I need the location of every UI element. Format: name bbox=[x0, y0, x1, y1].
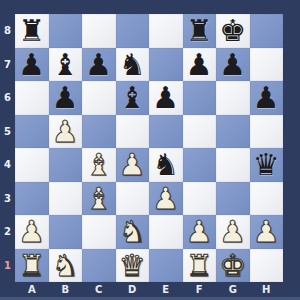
piece-black-pawn-h6[interactable]: ♟ bbox=[253, 81, 280, 115]
file-label-f: F bbox=[183, 281, 217, 298]
square-g4[interactable] bbox=[216, 148, 250, 182]
file-label-e: E bbox=[149, 281, 183, 298]
square-a3[interactable] bbox=[15, 182, 49, 216]
piece-white-pawn-d4[interactable]: ♟ bbox=[119, 148, 146, 182]
square-a2[interactable]: ♟ bbox=[15, 215, 49, 249]
rank-labels: 87654321 bbox=[0, 14, 15, 282]
square-h3[interactable] bbox=[250, 182, 284, 216]
rank-label-4: 4 bbox=[0, 148, 15, 182]
square-c1[interactable] bbox=[82, 249, 116, 283]
chess-board[interactable]: ♜♜♚♟♝♟♞♟♟♟♝♟♟♟♝♟♞♛♝♟♟♞♟♟♟♜♞♛♜♚ bbox=[15, 14, 283, 282]
square-a6[interactable] bbox=[15, 81, 49, 115]
piece-black-pawn-f7[interactable]: ♟ bbox=[186, 48, 213, 82]
rank-label-6: 6 bbox=[0, 81, 15, 115]
square-h8[interactable] bbox=[250, 14, 284, 48]
square-f4[interactable] bbox=[183, 148, 217, 182]
piece-white-rook-a1[interactable]: ♜ bbox=[18, 249, 45, 283]
piece-black-knight-e4[interactable]: ♞ bbox=[152, 148, 179, 182]
square-f2[interactable]: ♟ bbox=[183, 215, 217, 249]
file-labels: ABCDEFGH bbox=[15, 281, 283, 298]
piece-black-pawn-g7[interactable]: ♟ bbox=[219, 48, 246, 82]
piece-white-knight-b1[interactable]: ♞ bbox=[52, 249, 79, 283]
square-c2[interactable] bbox=[82, 215, 116, 249]
piece-white-bishop-c4[interactable]: ♝ bbox=[85, 148, 112, 182]
piece-white-rook-f1[interactable]: ♜ bbox=[186, 249, 213, 283]
square-h4[interactable]: ♛ bbox=[250, 148, 284, 182]
piece-white-pawn-g2[interactable]: ♟ bbox=[219, 215, 246, 249]
square-b6[interactable]: ♟ bbox=[49, 81, 83, 115]
square-e6[interactable]: ♟ bbox=[149, 81, 183, 115]
square-h7[interactable] bbox=[250, 48, 284, 82]
square-d5[interactable] bbox=[116, 115, 150, 149]
square-b7[interactable]: ♝ bbox=[49, 48, 83, 82]
file-label-g: G bbox=[216, 281, 250, 298]
piece-black-pawn-b6[interactable]: ♟ bbox=[52, 81, 79, 115]
file-label-d: D bbox=[116, 281, 150, 298]
square-c5[interactable] bbox=[82, 115, 116, 149]
piece-black-knight-d7[interactable]: ♞ bbox=[119, 48, 146, 82]
piece-white-queen-d1[interactable]: ♛ bbox=[119, 249, 146, 283]
square-g6[interactable] bbox=[216, 81, 250, 115]
file-label-b: B bbox=[49, 281, 83, 298]
square-h1[interactable] bbox=[250, 249, 284, 283]
square-b4[interactable] bbox=[49, 148, 83, 182]
piece-black-bishop-d6[interactable]: ♝ bbox=[119, 81, 146, 115]
square-b5[interactable]: ♟ bbox=[49, 115, 83, 149]
square-e3[interactable]: ♟ bbox=[149, 182, 183, 216]
square-a5[interactable] bbox=[15, 115, 49, 149]
square-g8[interactable]: ♚ bbox=[216, 14, 250, 48]
square-c3[interactable]: ♝ bbox=[82, 182, 116, 216]
rank-label-8: 8 bbox=[0, 14, 15, 48]
square-d4[interactable]: ♟ bbox=[116, 148, 150, 182]
piece-white-pawn-a2[interactable]: ♟ bbox=[18, 215, 45, 249]
square-f5[interactable] bbox=[183, 115, 217, 149]
square-g2[interactable]: ♟ bbox=[216, 215, 250, 249]
piece-black-bishop-b7[interactable]: ♝ bbox=[52, 48, 79, 82]
piece-black-rook-f8[interactable]: ♜ bbox=[186, 14, 213, 48]
square-e4[interactable]: ♞ bbox=[149, 148, 183, 182]
square-f7[interactable]: ♟ bbox=[183, 48, 217, 82]
rank-label-7: 7 bbox=[0, 48, 15, 82]
piece-white-king-g1[interactable]: ♚ bbox=[219, 249, 246, 283]
piece-white-knight-d2[interactable]: ♞ bbox=[119, 215, 146, 249]
square-e2[interactable] bbox=[149, 215, 183, 249]
rank-label-3: 3 bbox=[0, 182, 15, 216]
square-d7[interactable]: ♞ bbox=[116, 48, 150, 82]
square-g7[interactable]: ♟ bbox=[216, 48, 250, 82]
square-b2[interactable] bbox=[49, 215, 83, 249]
square-g3[interactable] bbox=[216, 182, 250, 216]
piece-white-pawn-e3[interactable]: ♟ bbox=[152, 182, 179, 216]
piece-white-pawn-f2[interactable]: ♟ bbox=[186, 215, 213, 249]
square-e8[interactable] bbox=[149, 14, 183, 48]
chess-board-widget: 87654321 ♜♜♚♟♝♟♞♟♟♟♝♟♟♟♝♟♞♛♝♟♟♞♟♟♟♜♞♛♜♚ … bbox=[0, 0, 300, 300]
square-b8[interactable] bbox=[49, 14, 83, 48]
square-d6[interactable]: ♝ bbox=[116, 81, 150, 115]
square-g1[interactable]: ♚ bbox=[216, 249, 250, 283]
square-c7[interactable]: ♟ bbox=[82, 48, 116, 82]
square-h2[interactable]: ♟ bbox=[250, 215, 284, 249]
piece-black-pawn-e6[interactable]: ♟ bbox=[152, 81, 179, 115]
square-b3[interactable] bbox=[49, 182, 83, 216]
square-h6[interactable]: ♟ bbox=[250, 81, 284, 115]
piece-white-pawn-b5[interactable]: ♟ bbox=[52, 115, 79, 149]
square-c4[interactable]: ♝ bbox=[82, 148, 116, 182]
square-f1[interactable]: ♜ bbox=[183, 249, 217, 283]
square-f8[interactable]: ♜ bbox=[183, 14, 217, 48]
square-e5[interactable] bbox=[149, 115, 183, 149]
square-h5[interactable] bbox=[250, 115, 284, 149]
piece-black-pawn-a7[interactable]: ♟ bbox=[18, 48, 45, 82]
file-label-c: C bbox=[82, 281, 116, 298]
rank-label-2: 2 bbox=[0, 215, 15, 249]
piece-white-bishop-c3[interactable]: ♝ bbox=[85, 182, 112, 216]
square-d3[interactable] bbox=[116, 182, 150, 216]
square-f3[interactable] bbox=[183, 182, 217, 216]
square-c6[interactable] bbox=[82, 81, 116, 115]
square-a8[interactable]: ♜ bbox=[15, 14, 49, 48]
piece-black-king-g8[interactable]: ♚ bbox=[219, 14, 246, 48]
file-label-a: A bbox=[15, 281, 49, 298]
piece-white-pawn-h2[interactable]: ♟ bbox=[253, 215, 280, 249]
piece-black-rook-a8[interactable]: ♜ bbox=[18, 14, 45, 48]
square-g5[interactable] bbox=[216, 115, 250, 149]
square-e7[interactable] bbox=[149, 48, 183, 82]
piece-black-queen-h4[interactable]: ♛ bbox=[253, 148, 280, 182]
square-d2[interactable]: ♞ bbox=[116, 215, 150, 249]
square-b1[interactable]: ♞ bbox=[49, 249, 83, 283]
square-d1[interactable]: ♛ bbox=[116, 249, 150, 283]
square-f6[interactable] bbox=[183, 81, 217, 115]
piece-black-pawn-c7[interactable]: ♟ bbox=[85, 48, 112, 82]
square-c8[interactable] bbox=[82, 14, 116, 48]
square-d8[interactable] bbox=[116, 14, 150, 48]
rank-label-5: 5 bbox=[0, 115, 15, 149]
square-a7[interactable]: ♟ bbox=[15, 48, 49, 82]
file-label-h: H bbox=[250, 281, 284, 298]
square-a4[interactable] bbox=[15, 148, 49, 182]
square-a1[interactable]: ♜ bbox=[15, 249, 49, 283]
rank-label-1: 1 bbox=[0, 249, 15, 283]
square-e1[interactable] bbox=[149, 249, 183, 283]
